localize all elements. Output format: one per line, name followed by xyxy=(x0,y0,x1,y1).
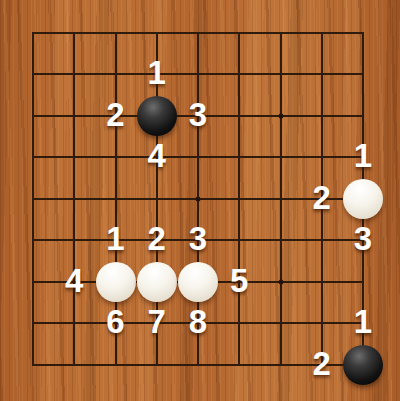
liberty-number-label: 4 xyxy=(65,264,83,297)
liberty-number-label: 2 xyxy=(148,222,166,255)
white-stone[interactable] xyxy=(96,262,136,302)
white-stone[interactable] xyxy=(343,179,383,219)
black-stone[interactable] xyxy=(137,96,177,136)
go-board-scene: 12341231234567812 xyxy=(0,0,400,401)
star-point xyxy=(278,279,283,284)
star-point xyxy=(278,113,283,118)
star-point xyxy=(196,196,201,201)
liberty-number-label: 6 xyxy=(106,305,124,338)
grid-line-vertical xyxy=(280,32,282,366)
liberty-number-label: 1 xyxy=(148,56,166,89)
black-stone[interactable] xyxy=(343,345,383,385)
liberty-number-label: 8 xyxy=(189,305,207,338)
liberty-number-label: 3 xyxy=(354,222,372,255)
liberty-number-label: 1 xyxy=(354,139,372,172)
liberty-number-label: 3 xyxy=(189,222,207,255)
liberty-number-label: 2 xyxy=(313,347,331,380)
liberty-number-label: 4 xyxy=(148,139,166,172)
liberty-number-label: 2 xyxy=(106,98,124,131)
grid-line-vertical xyxy=(238,32,240,366)
liberty-number-label: 3 xyxy=(189,98,207,131)
liberty-number-label: 7 xyxy=(148,305,166,338)
liberty-number-label: 2 xyxy=(313,181,331,214)
liberty-number-label: 1 xyxy=(354,305,372,338)
white-stone[interactable] xyxy=(178,262,218,302)
white-stone[interactable] xyxy=(137,262,177,302)
liberty-number-label: 5 xyxy=(230,264,248,297)
liberty-number-label: 1 xyxy=(106,222,124,255)
